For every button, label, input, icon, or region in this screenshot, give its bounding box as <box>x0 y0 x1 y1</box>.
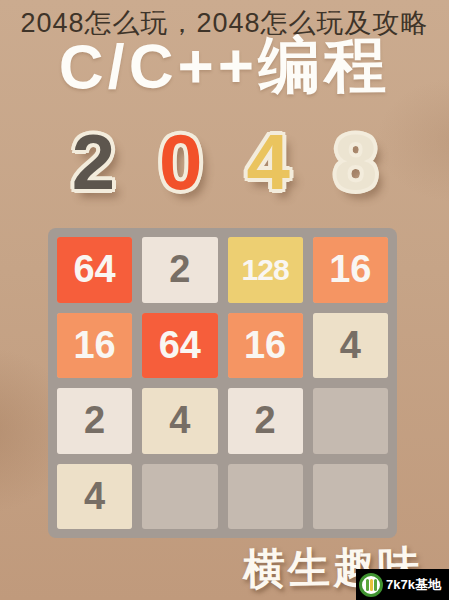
board-cell: 4 <box>313 313 388 379</box>
board-cell: 64 <box>142 313 217 379</box>
board-cell: 16 <box>57 313 132 379</box>
board-cell: 2 <box>142 237 217 303</box>
tile-16: 16 <box>313 237 388 303</box>
tile-4: 4 <box>142 388 217 454</box>
board-cell <box>228 464 303 530</box>
board[interactable]: 6421281616641642424 <box>48 228 397 538</box>
tile-64: 64 <box>142 313 217 379</box>
tile-128: 128 <box>228 237 303 303</box>
tile-2: 2 <box>57 388 132 454</box>
board-cell <box>313 464 388 530</box>
logo-digit-4: 4 <box>247 123 290 201</box>
logo-digit-8: 8 <box>334 123 377 201</box>
tile-4: 4 <box>57 464 132 530</box>
board-cell <box>142 464 217 530</box>
board-cell: 4 <box>142 388 217 454</box>
board-cell: 2 <box>228 388 303 454</box>
board-cell: 16 <box>228 313 303 379</box>
board-cell: 4 <box>57 464 132 530</box>
watermark-text: 7k7k基地 <box>386 576 441 594</box>
board-cell: 2 <box>57 388 132 454</box>
tile-2: 2 <box>228 388 303 454</box>
board-cell: 64 <box>57 237 132 303</box>
page-title: 2048怎么玩，2048怎么玩及攻略 <box>0 5 449 41</box>
board-cell: 128 <box>228 237 303 303</box>
logo-digit-0: 0 <box>159 123 202 201</box>
tile-16: 16 <box>57 313 132 379</box>
logo-digit-2: 2 <box>72 123 115 201</box>
logo-2048: 2 0 4 8 <box>0 112 449 212</box>
board-cell <box>313 388 388 454</box>
tile-4: 4 <box>313 313 388 379</box>
board-cell: 16 <box>313 237 388 303</box>
tile-64: 64 <box>57 237 132 303</box>
tile-16: 16 <box>228 313 303 379</box>
tile-2: 2 <box>142 237 217 303</box>
screenshot-root: 2048怎么玩，2048怎么玩及攻略 C/C++编程 2 0 4 8 64212… <box>0 0 449 600</box>
watermark-badge: 7k7k基地 <box>356 569 449 600</box>
7k7k-logo-icon <box>359 573 383 597</box>
